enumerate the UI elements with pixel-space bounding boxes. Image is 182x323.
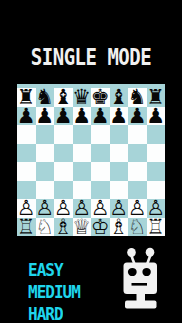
square-e7[interactable]: ♟ — [91, 107, 110, 126]
square-e1[interactable]: ♔ — [91, 218, 110, 237]
piece-black-pawn: ♟ — [146, 107, 165, 126]
square-e5[interactable] — [91, 144, 110, 163]
page-title: SINGLE MODE — [0, 43, 182, 69]
piece-black-pawn: ♟ — [128, 107, 147, 126]
square-c7[interactable]: ♟ — [54, 107, 73, 126]
square-g4[interactable] — [128, 162, 147, 181]
square-c3[interactable] — [54, 181, 73, 200]
piece-black-pawn: ♟ — [72, 107, 91, 126]
square-d6[interactable] — [73, 125, 92, 144]
piece-black-king: ♚ — [91, 88, 110, 107]
robot-eye-left — [128, 268, 137, 276]
piece-white-pawn: ♙ — [146, 199, 165, 218]
piece-white-queen: ♕ — [72, 218, 91, 237]
square-f3[interactable] — [110, 181, 129, 200]
square-b2[interactable]: ♙ — [36, 199, 55, 218]
square-e4[interactable] — [91, 162, 110, 181]
square-c4[interactable] — [54, 162, 73, 181]
square-d5[interactable] — [73, 144, 92, 163]
piece-black-pawn: ♟ — [35, 107, 54, 126]
menu-item-hard[interactable]: HARD — [28, 302, 80, 323]
square-g7[interactable]: ♟ — [128, 107, 147, 126]
square-a3[interactable] — [17, 181, 36, 200]
square-f6[interactable] — [110, 125, 129, 144]
robot-eye-right — [142, 268, 150, 276]
square-e3[interactable] — [91, 181, 110, 200]
difficulty-menu: EASY MEDIUM HARD — [28, 258, 80, 323]
square-f7[interactable]: ♟ — [110, 107, 129, 126]
square-d4[interactable] — [73, 162, 92, 181]
square-b6[interactable] — [36, 125, 55, 144]
square-c8[interactable]: ♝ — [54, 88, 73, 107]
piece-black-bishop: ♝ — [109, 88, 128, 107]
square-c6[interactable] — [54, 125, 73, 144]
piece-black-pawn: ♟ — [54, 107, 73, 126]
square-d3[interactable] — [73, 181, 92, 200]
square-h6[interactable] — [147, 125, 166, 144]
square-f1[interactable]: ♗ — [110, 218, 129, 237]
square-g3[interactable] — [128, 181, 147, 200]
piece-white-knight: ♘ — [128, 218, 147, 237]
square-g2[interactable]: ♙ — [128, 199, 147, 218]
single-mode-screen: SINGLE MODE ♜♞♝♛♚♝♞♜♟♟♟♟♟♟♟♟♙♙♙♙♙♙♙♙♖♘♗♕… — [0, 0, 182, 323]
piece-black-pawn: ♟ — [109, 107, 128, 126]
piece-white-rook: ♖ — [146, 218, 165, 237]
robot-base — [125, 301, 157, 309]
piece-black-queen: ♛ — [72, 88, 91, 107]
robot-neck — [137, 294, 146, 302]
piece-black-pawn: ♟ — [17, 107, 36, 126]
piece-black-knight: ♞ — [35, 88, 54, 107]
square-a4[interactable] — [17, 162, 36, 181]
piece-white-pawn: ♙ — [109, 199, 128, 218]
square-d2[interactable]: ♙ — [73, 199, 92, 218]
square-e8[interactable]: ♚ — [91, 88, 110, 107]
square-d1[interactable]: ♕ — [73, 218, 92, 237]
square-c2[interactable]: ♙ — [54, 199, 73, 218]
square-h5[interactable] — [147, 144, 166, 163]
piece-white-pawn: ♙ — [35, 199, 54, 218]
square-f5[interactable] — [110, 144, 129, 163]
square-h8[interactable]: ♜ — [147, 88, 166, 107]
square-f8[interactable]: ♝ — [110, 88, 129, 107]
piece-white-pawn: ♙ — [54, 199, 73, 218]
piece-white-bishop: ♗ — [109, 218, 128, 237]
square-e2[interactable]: ♙ — [91, 199, 110, 218]
square-a2[interactable]: ♙ — [17, 199, 36, 218]
square-a7[interactable]: ♟ — [17, 107, 36, 126]
square-h7[interactable]: ♟ — [147, 107, 166, 126]
piece-black-rook: ♜ — [17, 88, 36, 107]
square-c5[interactable] — [54, 144, 73, 163]
piece-white-pawn: ♙ — [91, 199, 110, 218]
square-g5[interactable] — [128, 144, 147, 163]
square-b7[interactable]: ♟ — [36, 107, 55, 126]
square-a8[interactable]: ♜ — [17, 88, 36, 107]
piece-white-pawn: ♙ — [17, 199, 36, 218]
square-b5[interactable] — [36, 144, 55, 163]
square-h1[interactable]: ♖ — [147, 218, 166, 237]
square-b8[interactable]: ♞ — [36, 88, 55, 107]
menu-item-medium[interactable]: MEDIUM — [28, 280, 80, 305]
piece-white-bishop: ♗ — [54, 218, 73, 237]
square-e6[interactable] — [91, 125, 110, 144]
piece-white-king: ♔ — [91, 218, 110, 237]
piece-white-pawn: ♙ — [72, 199, 91, 218]
square-a6[interactable] — [17, 125, 36, 144]
menu-item-easy[interactable]: EASY — [28, 258, 80, 283]
square-c1[interactable]: ♗ — [54, 218, 73, 237]
piece-black-pawn: ♟ — [91, 107, 110, 126]
piece-white-rook: ♖ — [17, 218, 36, 237]
square-g6[interactable] — [128, 125, 147, 144]
piece-white-knight: ♘ — [35, 218, 54, 237]
square-b3[interactable] — [36, 181, 55, 200]
piece-black-knight: ♞ — [128, 88, 147, 107]
robot-head — [124, 263, 158, 295]
square-g8[interactable]: ♞ — [128, 88, 147, 107]
square-f4[interactable] — [110, 162, 129, 181]
robot-icon — [120, 247, 160, 311]
square-h2[interactable]: ♙ — [147, 199, 166, 218]
square-a1[interactable]: ♖ — [17, 218, 36, 237]
square-d8[interactable]: ♛ — [73, 88, 92, 107]
square-h4[interactable] — [147, 162, 166, 181]
square-a5[interactable] — [17, 144, 36, 163]
robot-mouth — [132, 283, 148, 286]
piece-black-rook: ♜ — [146, 88, 165, 107]
square-g1[interactable]: ♘ — [128, 218, 147, 237]
square-b4[interactable] — [36, 162, 55, 181]
piece-white-pawn: ♙ — [128, 199, 147, 218]
chess-board[interactable]: ♜♞♝♛♚♝♞♜♟♟♟♟♟♟♟♟♙♙♙♙♙♙♙♙♖♘♗♕♔♗♘♖ — [17, 84, 165, 236]
square-b1[interactable]: ♘ — [36, 218, 55, 237]
square-f2[interactable]: ♙ — [110, 199, 129, 218]
square-h3[interactable] — [147, 181, 166, 200]
piece-black-bishop: ♝ — [54, 88, 73, 107]
square-d7[interactable]: ♟ — [73, 107, 92, 126]
